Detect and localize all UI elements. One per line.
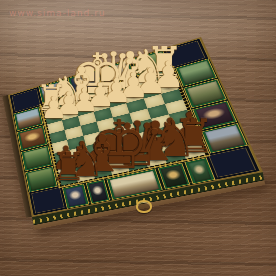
brass-clasp bbox=[136, 200, 152, 213]
watermark-text: www.sima-land.ru bbox=[9, 8, 106, 18]
frame-art-picture bbox=[20, 127, 46, 148]
frame-art-picture bbox=[65, 186, 86, 207]
frame-art-picture bbox=[88, 181, 107, 201]
frame-art-tile-portrait bbox=[86, 179, 111, 204]
frame-art-tile-portrait bbox=[62, 184, 89, 209]
frame-art-picture bbox=[161, 165, 187, 187]
frame-art-picture bbox=[188, 160, 211, 182]
frame-art-picture bbox=[205, 125, 244, 151]
frame-art-picture bbox=[28, 168, 55, 190]
frame-art-picture bbox=[23, 147, 49, 169]
product-photo-scene: www.sima-land.ru ♜♞♝♚♛♝♞♜♟♟♟♟♟♟♟♟♟♟♟♟♟♟♟… bbox=[0, 0, 276, 276]
frame-art-picture bbox=[196, 103, 234, 128]
